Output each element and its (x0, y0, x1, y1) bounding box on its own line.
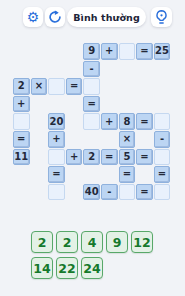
empty-space (119, 78, 136, 95)
given-cell-r8c4: 40 (83, 184, 100, 201)
lightbulb-icon (154, 9, 169, 25)
number-tile-9[interactable]: 9 (106, 231, 128, 253)
given-cell-r6c6: 5 (119, 149, 136, 166)
empty-space (66, 166, 83, 183)
given-cell-r3c4: = (83, 96, 100, 113)
restart-button[interactable] (45, 7, 65, 27)
empty-space (101, 131, 118, 148)
empty-space (101, 166, 118, 183)
given-cell-r6c7: = (136, 149, 153, 166)
empty-space (13, 43, 30, 60)
tile-tray: 224912142224 (31, 231, 153, 279)
empty-space (119, 96, 136, 113)
given-cell-r0c4: 9 (83, 43, 100, 60)
given-cell-r6c5: = (101, 149, 118, 166)
empty-space (31, 96, 48, 113)
given-cell-r6c3: + (66, 149, 83, 166)
given-cell-r5c2: + (48, 131, 65, 148)
empty-space (83, 131, 100, 148)
given-cell-r8c5: - (101, 184, 118, 201)
empty-space (154, 78, 171, 95)
given-cell-r5c6: × (119, 131, 136, 148)
empty-space (13, 61, 30, 78)
number-tile-2[interactable]: 2 (56, 231, 78, 253)
blank-cell-r6c8[interactable] (154, 149, 171, 166)
hint-button[interactable] (151, 7, 172, 27)
empty-space (66, 43, 83, 60)
empty-space (101, 61, 118, 78)
blank-cell-r6c2[interactable] (48, 149, 65, 166)
given-cell-r4c5: + (101, 113, 118, 130)
number-tile-24[interactable]: 24 (81, 257, 103, 279)
empty-space (136, 78, 153, 95)
empty-space (31, 61, 48, 78)
given-cell-r1c4: - (83, 61, 100, 78)
empty-space (31, 166, 48, 183)
empty-space (101, 78, 118, 95)
empty-space (48, 61, 65, 78)
empty-space (66, 96, 83, 113)
difficulty-selector[interactable]: Bình thường (67, 7, 146, 27)
empty-space (119, 61, 136, 78)
empty-space (13, 184, 30, 201)
empty-space (136, 131, 153, 148)
given-cell-r0c5: + (101, 43, 118, 60)
number-tile-4[interactable]: 4 (81, 231, 103, 253)
given-cell-r7c8: = (154, 166, 171, 183)
empty-space (66, 131, 83, 148)
given-cell-r4c7: = (136, 113, 153, 130)
blank-cell-r8c8[interactable] (154, 184, 171, 201)
empty-space (154, 96, 171, 113)
given-cell-r2c3: = (66, 78, 83, 95)
empty-space (136, 166, 153, 183)
blank-cell-r2c2[interactable] (48, 78, 65, 95)
given-cell-r7c2: = (48, 166, 65, 183)
blank-cell-r4c4[interactable] (83, 113, 100, 130)
blank-cell-r0c6[interactable] (119, 43, 136, 60)
given-cell-r4c2: 20 (48, 113, 65, 130)
empty-space (66, 184, 83, 201)
blank-cell-r2c4[interactable] (83, 78, 100, 95)
number-tile-12[interactable]: 12 (131, 231, 153, 253)
settings-button[interactable]: ⚙ (23, 7, 43, 27)
given-cell-r5c8: - (154, 131, 171, 148)
given-cell-r7c6: = (119, 166, 136, 183)
given-cell-r3c0: + (13, 96, 30, 113)
given-cell-r4c6: 8 (119, 113, 136, 130)
number-tile-14[interactable]: 14 (31, 257, 53, 279)
blank-cell-r4c8[interactable] (154, 113, 171, 130)
empty-space (83, 166, 100, 183)
blank-cell-r4c0[interactable] (13, 113, 30, 130)
difficulty-label: Bình thường (73, 12, 140, 23)
empty-space (136, 96, 153, 113)
empty-space (13, 166, 30, 183)
empty-space (66, 61, 83, 78)
number-tile-2[interactable]: 2 (31, 231, 53, 253)
puzzle-grid: 9+=25-2×=+=20+8==+×-11+2=5====40-= (13, 43, 170, 200)
given-cell-r0c7: = (136, 43, 153, 60)
tile-tray-row-1: 224912 (31, 231, 153, 253)
empty-space (48, 43, 65, 60)
empty-space (101, 96, 118, 113)
given-cell-r6c4: 2 (83, 149, 100, 166)
gear-icon: ⚙ (27, 10, 40, 24)
empty-space (31, 43, 48, 60)
empty-space (31, 184, 48, 201)
given-cell-r5c0: = (13, 131, 30, 148)
tile-tray-row-2: 142224 (31, 257, 153, 279)
given-cell-r8c7: = (136, 184, 153, 201)
number-tile-22[interactable]: 22 (56, 257, 78, 279)
given-cell-r0c8: 25 (154, 43, 171, 60)
blank-cell-r8c2[interactable] (48, 184, 65, 201)
given-cell-r2c1: × (31, 78, 48, 95)
empty-space (31, 131, 48, 148)
empty-space (31, 149, 48, 166)
empty-space (31, 113, 48, 130)
empty-space (48, 96, 65, 113)
given-cell-r2c0: 2 (13, 78, 30, 95)
given-cell-r6c0: 11 (13, 149, 30, 166)
empty-space (136, 61, 153, 78)
blank-cell-r8c6[interactable] (119, 184, 136, 201)
empty-space (154, 61, 171, 78)
empty-space (66, 113, 83, 130)
refresh-icon (48, 10, 62, 24)
